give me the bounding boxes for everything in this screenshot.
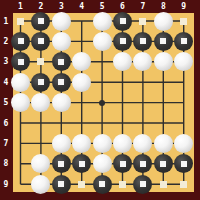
black-stone (11, 52, 30, 71)
point-5-6[interactable] (92, 113, 112, 133)
point-4-3[interactable] (72, 52, 92, 72)
point-3-7[interactable] (51, 133, 71, 153)
point-8-5[interactable] (153, 93, 173, 113)
point-9-5[interactable] (174, 93, 194, 113)
black-stone (113, 32, 132, 51)
white-stone (174, 52, 193, 71)
white-stone (113, 52, 132, 71)
point-6-2[interactable] (113, 31, 133, 51)
point-7-8[interactable] (133, 154, 153, 174)
black-stone (133, 32, 152, 51)
point-1-8[interactable] (11, 154, 31, 174)
square-marker (160, 181, 167, 188)
point-5-1[interactable] (92, 11, 112, 31)
black-stone (174, 32, 193, 51)
point-9-9[interactable] (174, 174, 194, 194)
point-2-9[interactable] (31, 174, 51, 194)
point-8-9[interactable] (153, 174, 173, 194)
black-stone (154, 154, 173, 173)
point-1-6[interactable] (11, 113, 31, 133)
point-6-6[interactable] (113, 113, 133, 133)
black-stone (113, 12, 132, 31)
point-4-9[interactable] (72, 174, 92, 194)
black-stone (113, 154, 132, 173)
point-4-6[interactable] (72, 113, 92, 133)
point-3-3[interactable] (51, 52, 71, 72)
point-1-7[interactable] (11, 133, 31, 153)
black-stone (174, 154, 193, 173)
point-2-4[interactable] (31, 72, 51, 92)
point-4-5[interactable] (72, 93, 92, 113)
white-stone (93, 134, 112, 153)
square-marker (180, 18, 187, 25)
point-9-1[interactable] (174, 11, 194, 31)
point-5-2[interactable] (92, 31, 112, 51)
point-7-7[interactable] (133, 133, 153, 153)
point-8-6[interactable] (153, 113, 173, 133)
point-5-4[interactable] (92, 72, 112, 92)
point-7-6[interactable] (133, 113, 153, 133)
point-7-9[interactable] (133, 174, 153, 194)
point-8-2[interactable] (153, 31, 173, 51)
white-stone (31, 154, 50, 173)
square-marker (17, 18, 24, 25)
white-stone (11, 73, 30, 92)
white-stone (52, 134, 71, 153)
point-8-4[interactable] (153, 72, 173, 92)
white-stone (174, 134, 193, 153)
black-stone (52, 73, 71, 92)
white-stone (154, 52, 173, 71)
square-marker (180, 181, 187, 188)
black-stone (31, 12, 50, 31)
point-9-8[interactable] (174, 154, 194, 174)
point-8-1[interactable] (153, 11, 173, 31)
point-6-3[interactable] (113, 52, 133, 72)
point-8-7[interactable] (153, 133, 173, 153)
point-8-3[interactable] (153, 52, 173, 72)
white-stone (154, 12, 173, 31)
point-2-7[interactable] (31, 133, 51, 153)
white-stone (31, 93, 50, 112)
point-4-7[interactable] (72, 133, 92, 153)
point-3-9[interactable] (51, 174, 71, 194)
point-9-6[interactable] (174, 113, 194, 133)
star-point (99, 100, 105, 106)
point-6-1[interactable] (113, 11, 133, 31)
go-board (13, 13, 194, 192)
black-stone (52, 52, 71, 71)
point-7-5[interactable] (133, 93, 153, 113)
white-stone (133, 52, 152, 71)
point-4-8[interactable] (72, 154, 92, 174)
white-stone (93, 154, 112, 173)
black-stone (133, 154, 152, 173)
white-stone (93, 12, 112, 31)
point-7-2[interactable] (133, 31, 153, 51)
point-1-3[interactable] (11, 52, 31, 72)
point-9-3[interactable] (174, 52, 194, 72)
point-9-2[interactable] (174, 31, 194, 51)
white-stone (31, 175, 50, 194)
point-2-5[interactable] (31, 93, 51, 113)
white-stone (11, 93, 30, 112)
black-stone (52, 154, 71, 173)
square-marker (78, 181, 85, 188)
point-1-1[interactable] (11, 11, 31, 31)
point-3-4[interactable] (51, 72, 71, 92)
black-stone (72, 154, 91, 173)
point-1-4[interactable] (11, 72, 31, 92)
point-5-9[interactable] (92, 174, 112, 194)
black-stone (133, 175, 152, 194)
point-7-3[interactable] (133, 52, 153, 72)
square-marker (37, 58, 44, 65)
white-stone (113, 134, 132, 153)
point-5-3[interactable] (92, 52, 112, 72)
point-1-5[interactable] (11, 93, 31, 113)
square-marker (139, 18, 146, 25)
point-2-6[interactable] (31, 113, 51, 133)
go-app-window: 123456789 123456789 (0, 0, 200, 200)
point-6-5[interactable] (113, 93, 133, 113)
black-stone (52, 175, 71, 194)
point-6-9[interactable] (113, 174, 133, 194)
point-2-2[interactable] (31, 31, 51, 51)
white-stone (72, 73, 91, 92)
point-2-8[interactable] (31, 154, 51, 174)
point-2-1[interactable] (31, 11, 51, 31)
point-5-5[interactable] (92, 93, 112, 113)
point-3-1[interactable] (51, 11, 71, 31)
point-4-4[interactable] (72, 72, 92, 92)
point-6-8[interactable] (113, 154, 133, 174)
black-stone (31, 32, 50, 51)
point-6-7[interactable] (113, 133, 133, 153)
point-3-6[interactable] (51, 113, 71, 133)
white-stone (72, 52, 91, 71)
white-stone (154, 134, 173, 153)
point-9-4[interactable] (174, 72, 194, 92)
point-3-5[interactable] (51, 93, 71, 113)
point-2-3[interactable] (31, 52, 51, 72)
white-stone (72, 134, 91, 153)
point-1-9[interactable] (11, 174, 31, 194)
white-stone (133, 134, 152, 153)
point-3-8[interactable] (51, 154, 71, 174)
point-9-7[interactable] (174, 133, 194, 153)
point-4-2[interactable] (72, 31, 92, 51)
point-1-2[interactable] (11, 31, 31, 51)
point-7-1[interactable] (133, 11, 153, 31)
point-4-1[interactable] (72, 11, 92, 31)
point-5-8[interactable] (92, 154, 112, 174)
black-stone (154, 32, 173, 51)
point-7-4[interactable] (133, 72, 153, 92)
white-stone (52, 93, 71, 112)
white-stone (93, 32, 112, 51)
white-stone (52, 32, 71, 51)
point-5-7[interactable] (92, 133, 112, 153)
point-6-4[interactable] (113, 72, 133, 92)
white-stone (52, 12, 71, 31)
black-stone (31, 73, 50, 92)
black-stone (11, 32, 30, 51)
black-stone (93, 175, 112, 194)
point-3-2[interactable] (51, 31, 71, 51)
square-marker (119, 181, 126, 188)
point-8-8[interactable] (153, 154, 173, 174)
